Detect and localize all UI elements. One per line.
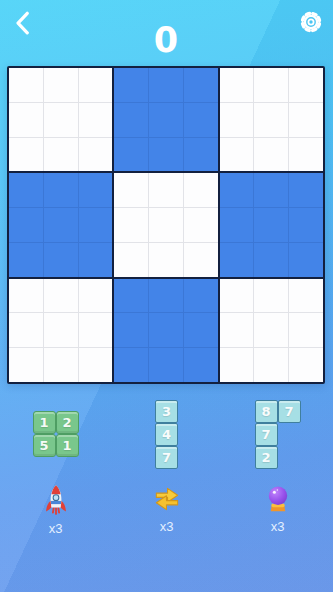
- board-cell-r0c2[interactable]: [79, 68, 113, 102]
- board-cell-r8c6[interactable]: [220, 348, 254, 382]
- board-cell-r4c8[interactable]: [289, 208, 323, 242]
- board-cell-r3c3[interactable]: [114, 173, 148, 207]
- score-value: 0: [0, 20, 333, 60]
- board-cell-r4c0[interactable]: [9, 208, 43, 242]
- board-cell-r8c4[interactable]: [149, 348, 183, 382]
- powerup-swap[interactable]: x3: [111, 484, 222, 536]
- board-cell-r2c3[interactable]: [114, 138, 148, 172]
- piece-cell[interactable]: 7: [155, 446, 178, 469]
- board-box-r1c1: [114, 173, 217, 276]
- board-cell-r7c3[interactable]: [114, 313, 148, 347]
- board-cell-r0c8[interactable]: [289, 68, 323, 102]
- board-cell-r3c0[interactable]: [9, 173, 43, 207]
- board-cell-r2c0[interactable]: [9, 138, 43, 172]
- gear-icon: [299, 10, 323, 34]
- piece-cell[interactable]: 5: [33, 434, 56, 457]
- board-cell-r1c0[interactable]: [9, 103, 43, 137]
- board-cell-r3c8[interactable]: [289, 173, 323, 207]
- board-cell-r0c3[interactable]: [114, 68, 148, 102]
- board-cell-r7c6[interactable]: [220, 313, 254, 347]
- board-cell-r4c1[interactable]: [44, 208, 78, 242]
- board-cell-r6c3[interactable]: [114, 279, 148, 313]
- piece-green-2x2[interactable]: 1251: [33, 411, 79, 457]
- rocket-icon: [41, 484, 71, 516]
- board-cell-r0c6[interactable]: [220, 68, 254, 102]
- board-cell-r3c4[interactable]: [149, 173, 183, 207]
- swap-arrows-icon: [151, 484, 183, 514]
- crystal-ball-icon: [265, 484, 291, 514]
- board-cell-r4c3[interactable]: [114, 208, 148, 242]
- piece-teal-1x3[interactable]: 347: [155, 400, 178, 469]
- board-cell-r5c2[interactable]: [79, 243, 113, 277]
- powerup-count: x3: [160, 519, 174, 534]
- board-cell-r2c2[interactable]: [79, 138, 113, 172]
- board-cell-r7c7[interactable]: [254, 313, 288, 347]
- board-cell-r5c4[interactable]: [149, 243, 183, 277]
- board-cell-r5c1[interactable]: [44, 243, 78, 277]
- board-cell-r4c6[interactable]: [220, 208, 254, 242]
- board-cell-r6c8[interactable]: [289, 279, 323, 313]
- powerup-count: x3: [49, 521, 63, 536]
- piece-cell[interactable]: 2: [56, 411, 79, 434]
- board-cell-r0c1[interactable]: [44, 68, 78, 102]
- board-cell-r1c6[interactable]: [220, 103, 254, 137]
- board-cell-r2c7[interactable]: [254, 138, 288, 172]
- piece-cell[interactable]: 4: [155, 423, 178, 446]
- board-cell-r1c7[interactable]: [254, 103, 288, 137]
- board-cell-r8c5[interactable]: [184, 348, 218, 382]
- board-cell-r8c2[interactable]: [79, 348, 113, 382]
- board-box-r1c0: [9, 173, 112, 276]
- board-cell-r6c1[interactable]: [44, 279, 78, 313]
- board-cell-r5c7[interactable]: [254, 243, 288, 277]
- board-cell-r7c5[interactable]: [184, 313, 218, 347]
- board-cell-r5c3[interactable]: [114, 243, 148, 277]
- settings-button[interactable]: [295, 6, 327, 38]
- board-cell-r1c2[interactable]: [79, 103, 113, 137]
- board-cell-r5c8[interactable]: [289, 243, 323, 277]
- powerup-ball[interactable]: x3: [222, 484, 333, 536]
- board-cell-r4c4[interactable]: [149, 208, 183, 242]
- board-box-r0c1: [114, 68, 217, 171]
- board-cell-r7c2[interactable]: [79, 313, 113, 347]
- powerup-bar: x3 x3: [0, 484, 333, 536]
- board-cell-r6c0[interactable]: [9, 279, 43, 313]
- board-cell-r7c8[interactable]: [289, 313, 323, 347]
- board-cell-r8c0[interactable]: [9, 348, 43, 382]
- piece-tray: 12513478772: [0, 396, 333, 472]
- powerup-rocket[interactable]: x3: [0, 484, 111, 536]
- sudoku-board: [7, 66, 325, 384]
- board-cell-r2c5[interactable]: [184, 138, 218, 172]
- board-cell-r4c7[interactable]: [254, 208, 288, 242]
- board-cell-r3c7[interactable]: [254, 173, 288, 207]
- piece-cell[interactable]: 1: [56, 434, 79, 457]
- board-box-r2c0: [9, 279, 112, 382]
- board-cell-r8c1[interactable]: [44, 348, 78, 382]
- board-box-r0c2: [220, 68, 323, 171]
- board-cell-r8c8[interactable]: [289, 348, 323, 382]
- app-root: 0 12513478772 x3: [0, 0, 333, 592]
- board-cell-r7c0[interactable]: [9, 313, 43, 347]
- board-cell-r2c1[interactable]: [44, 138, 78, 172]
- board-cell-r3c2[interactable]: [79, 173, 113, 207]
- piece-slot-1: 1251: [0, 396, 111, 472]
- board-cell-r6c2[interactable]: [79, 279, 113, 313]
- board-cell-r5c6[interactable]: [220, 243, 254, 277]
- board-cell-r3c5[interactable]: [184, 173, 218, 207]
- board-cell-r2c6[interactable]: [220, 138, 254, 172]
- piece-teal-L[interactable]: 8772: [255, 400, 301, 469]
- board-cell-r7c4[interactable]: [149, 313, 183, 347]
- board-cell-r1c5[interactable]: [184, 103, 218, 137]
- board-cell-r4c5[interactable]: [184, 208, 218, 242]
- board-box-r2c1: [114, 279, 217, 382]
- board-cell-r0c5[interactable]: [184, 68, 218, 102]
- piece-slot-3: 8772: [222, 396, 333, 472]
- piece-slot-2: 347: [111, 396, 222, 472]
- board-cell-r7c1[interactable]: [44, 313, 78, 347]
- board-cell-r8c3[interactable]: [114, 348, 148, 382]
- powerup-count: x3: [271, 519, 285, 534]
- board-cell-r1c8[interactable]: [289, 103, 323, 137]
- board-cell-r6c6[interactable]: [220, 279, 254, 313]
- board-box-r1c2: [220, 173, 323, 276]
- board-cell-r4c2[interactable]: [79, 208, 113, 242]
- board-cell-r0c7[interactable]: [254, 68, 288, 102]
- board-cell-r1c3[interactable]: [114, 103, 148, 137]
- board-box-r0c0: [9, 68, 112, 171]
- piece-cell[interactable]: 7: [278, 400, 301, 423]
- board-cell-r5c0[interactable]: [9, 243, 43, 277]
- board-cell-r2c8[interactable]: [289, 138, 323, 172]
- board-cell-r0c0[interactable]: [9, 68, 43, 102]
- board-cell-r3c1[interactable]: [44, 173, 78, 207]
- piece-cell[interactable]: 2: [255, 446, 278, 469]
- board-cell-r6c7[interactable]: [254, 279, 288, 313]
- board-cell-r8c7[interactable]: [254, 348, 288, 382]
- piece-cell[interactable]: 8: [255, 400, 278, 423]
- piece-cell[interactable]: 3: [155, 400, 178, 423]
- piece-cell[interactable]: 1: [33, 411, 56, 434]
- board-cell-r5c5[interactable]: [184, 243, 218, 277]
- board-cell-r2c4[interactable]: [149, 138, 183, 172]
- piece-cell[interactable]: 7: [255, 423, 278, 446]
- board-cell-r1c4[interactable]: [149, 103, 183, 137]
- board-cell-r1c1[interactable]: [44, 103, 78, 137]
- board-cell-r0c4[interactable]: [149, 68, 183, 102]
- board-cell-r3c6[interactable]: [220, 173, 254, 207]
- board-cell-r6c5[interactable]: [184, 279, 218, 313]
- board-cell-r6c4[interactable]: [149, 279, 183, 313]
- board-box-r2c2: [220, 279, 323, 382]
